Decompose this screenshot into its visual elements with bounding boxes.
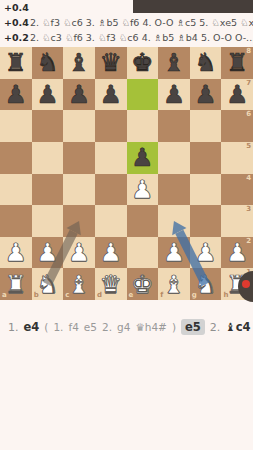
square-a3[interactable] [0, 205, 32, 237]
square-d7[interactable]: ♟ [95, 79, 127, 111]
square-e1[interactable]: ♚e [127, 268, 159, 300]
square-b6[interactable] [32, 110, 64, 142]
black-n-piece-g8[interactable]: ♞ [190, 47, 222, 79]
square-e7[interactable] [127, 79, 159, 111]
square-g4[interactable] [190, 174, 222, 206]
engine-line-placeholder [133, 0, 253, 13]
square-c4[interactable] [63, 174, 95, 206]
square-c8[interactable]: ♝ [63, 47, 95, 79]
square-a1[interactable]: ♜a [0, 268, 32, 300]
square-f5[interactable] [158, 142, 190, 174]
black-p-piece-f7[interactable]: ♟ [158, 79, 190, 111]
engine-line-3[interactable]: +0.2 2. ♘c3 ♘f6 3. ♘f3 ♘c6 4. ♗b5 ♗b4 5.… [0, 30, 253, 45]
black-k-piece-e8[interactable]: ♚ [127, 47, 159, 79]
coord-file-a: a [2, 292, 7, 299]
square-g3[interactable] [190, 205, 222, 237]
square-g2[interactable]: ♟ [190, 237, 222, 269]
move-token-8[interactable]: ♛h4# [135, 321, 167, 333]
square-d3[interactable] [95, 205, 127, 237]
white-p-piece-c2[interactable]: ♟ [63, 237, 95, 269]
engine-line-2[interactable]: +0.4 2. ♘f3 ♘c6 3. ♗b5 ♘f6 4. O-O ♗c5 5.… [0, 15, 253, 30]
black-q-piece-d8[interactable]: ♛ [95, 47, 127, 79]
coord-rank-8: 8 [246, 48, 251, 55]
square-e2[interactable] [127, 237, 159, 269]
square-h2[interactable]: ♟2 [221, 237, 253, 269]
square-g7[interactable]: ♟ [190, 79, 222, 111]
square-c7[interactable]: ♟ [63, 79, 95, 111]
coord-file-d: d [97, 292, 102, 299]
black-r-piece-a8[interactable]: ♜ [0, 47, 32, 79]
square-a2[interactable]: ♟ [0, 237, 32, 269]
coord-rank-2: 2 [246, 238, 251, 245]
coord-rank-7: 7 [246, 80, 251, 87]
black-p-piece-c7[interactable]: ♟ [63, 79, 95, 111]
square-a7[interactable]: ♟ [0, 79, 32, 111]
engine-eval-3: +0.2 [4, 32, 30, 43]
square-a6[interactable] [0, 110, 32, 142]
engine-line-1[interactable]: +0.4 [0, 0, 253, 15]
black-n-piece-b8[interactable]: ♞ [32, 47, 64, 79]
square-b7[interactable]: ♟ [32, 79, 64, 111]
coord-rank-5: 5 [246, 143, 251, 150]
square-d1[interactable]: ♛d [95, 268, 127, 300]
square-a8[interactable]: ♜ [0, 47, 32, 79]
coord-file-g: g [192, 292, 197, 299]
white-p-piece-a2[interactable]: ♟ [0, 237, 32, 269]
square-h8[interactable]: ♜8 [221, 47, 253, 79]
chess-board[interactable]: ♜♞♝♛♚♝♞♜8♟♟♟♟♟♟♟76♟5♟43♟♟♟♟♟♟♟2♜a♞b♝c♛d♚… [0, 47, 253, 300]
engine-moves-3: 2. ♘c3 ♘f6 3. ♘f3 ♘c6 4. ♗b5 ♗b4 5. O-O … [30, 32, 253, 43]
square-c1[interactable]: ♝c [63, 268, 95, 300]
square-c3[interactable] [63, 205, 95, 237]
square-g8[interactable]: ♞ [190, 47, 222, 79]
square-e3[interactable] [127, 205, 159, 237]
white-p-piece-b2[interactable]: ♟ [32, 237, 64, 269]
square-f6[interactable] [158, 110, 190, 142]
move-token-11: 2. [210, 321, 221, 334]
notification-badge-icon [242, 280, 250, 288]
coord-file-e: e [129, 292, 134, 299]
square-e5[interactable]: ♟ [127, 142, 159, 174]
square-f3[interactable] [158, 205, 190, 237]
square-f1[interactable]: ♝f [158, 268, 190, 300]
square-b2[interactable]: ♟ [32, 237, 64, 269]
move-token-7[interactable]: g4 [117, 321, 130, 333]
square-d4[interactable] [95, 174, 127, 206]
square-b3[interactable] [32, 205, 64, 237]
current-move[interactable]: e5 [181, 319, 205, 335]
square-f2[interactable]: ♟ [158, 237, 190, 269]
move-token-1[interactable]: e4 [24, 320, 40, 334]
move-token-6[interactable]: 2. [102, 321, 112, 333]
square-g1[interactable]: ♞g [190, 268, 222, 300]
coord-file-c: c [65, 292, 69, 299]
square-e8[interactable]: ♚ [127, 47, 159, 79]
square-h6[interactable]: 6 [221, 110, 253, 142]
square-b5[interactable] [32, 142, 64, 174]
black-p-piece-e5[interactable]: ♟ [127, 142, 159, 174]
coord-rank-3: 3 [246, 206, 251, 213]
board-grid[interactable]: ♜♞♝♛♚♝♞♜8♟♟♟♟♟♟♟76♟5♟43♟♟♟♟♟♟♟2♜a♞b♝c♛d♚… [0, 47, 253, 300]
square-d5[interactable] [95, 142, 127, 174]
square-h4[interactable]: 4 [221, 174, 253, 206]
square-h5[interactable]: 5 [221, 142, 253, 174]
engine-eval-2: +0.4 [4, 17, 30, 28]
coord-rank-6: 6 [246, 111, 251, 118]
square-f8[interactable]: ♝ [158, 47, 190, 79]
move-list: 1.e4(1.f4e52.g4♛h4#)e52.♝c4(2.♛h5♚e73.♛x… [0, 306, 253, 339]
white-p-piece-g2[interactable]: ♟ [190, 237, 222, 269]
square-e6[interactable] [127, 110, 159, 142]
black-b-piece-f8[interactable]: ♝ [158, 47, 190, 79]
coord-rank-4: 4 [246, 175, 251, 182]
square-c5[interactable] [63, 142, 95, 174]
black-p-piece-d7[interactable]: ♟ [95, 79, 127, 111]
engine-panel: +0.4 +0.4 2. ♘f3 ♘c6 3. ♗b5 ♘f6 4. O-O ♗… [0, 0, 253, 47]
square-h7[interactable]: ♟7 [221, 79, 253, 111]
square-b4[interactable] [32, 174, 64, 206]
engine-eval-1: +0.4 [4, 2, 30, 13]
square-f4[interactable] [158, 174, 190, 206]
square-a5[interactable] [0, 142, 32, 174]
square-a4[interactable] [0, 174, 32, 206]
move-token-4[interactable]: f4 [68, 321, 78, 333]
square-d6[interactable] [95, 110, 127, 142]
square-e4[interactable]: ♟ [127, 174, 159, 206]
black-p-piece-b7[interactable]: ♟ [32, 79, 64, 111]
square-b8[interactable]: ♞ [32, 47, 64, 79]
move-token-12[interactable]: ♝c4 [225, 320, 250, 334]
square-b1[interactable]: ♞b [32, 268, 64, 300]
square-c2[interactable]: ♟ [63, 237, 95, 269]
coord-file-f: f [160, 292, 163, 299]
square-d2[interactable]: ♟ [95, 237, 127, 269]
white-p-piece-d2[interactable]: ♟ [95, 237, 127, 269]
black-p-piece-a7[interactable]: ♟ [0, 79, 32, 111]
square-c6[interactable] [63, 110, 95, 142]
black-p-piece-g7[interactable]: ♟ [190, 79, 222, 111]
move-token-9[interactable]: ) [172, 321, 176, 333]
coord-file-h: h [223, 292, 228, 299]
move-token-2[interactable]: ( [44, 321, 48, 333]
square-h3[interactable]: 3 [221, 205, 253, 237]
white-p-piece-e4[interactable]: ♟ [127, 174, 159, 206]
black-b-piece-c8[interactable]: ♝ [63, 47, 95, 79]
chess-analysis-screen: +0.4 +0.4 2. ♘f3 ♘c6 3. ♗b5 ♘f6 4. O-O ♗… [0, 0, 253, 450]
square-g5[interactable] [190, 142, 222, 174]
move-token-0: 1. [8, 321, 19, 334]
square-f7[interactable]: ♟ [158, 79, 190, 111]
move-token-5[interactable]: e5 [84, 321, 97, 333]
square-g6[interactable] [190, 110, 222, 142]
engine-moves-2: 2. ♘f3 ♘c6 3. ♗b5 ♘f6 4. O-O ♗c5 5. ♘xe5… [30, 17, 253, 28]
square-d8[interactable]: ♛ [95, 47, 127, 79]
move-token-3[interactable]: 1. [53, 321, 63, 333]
white-p-piece-f2[interactable]: ♟ [158, 237, 190, 269]
coord-file-b: b [34, 292, 39, 299]
